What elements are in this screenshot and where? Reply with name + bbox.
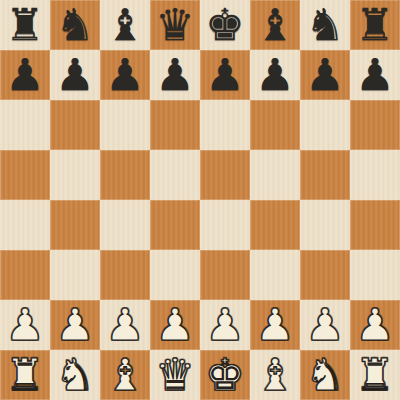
square-d2[interactable]: ♟ [150, 300, 200, 350]
square-d1[interactable]: ♛ [150, 350, 200, 400]
piece-white-bishop[interactable]: ♝ [255, 350, 294, 400]
square-d8[interactable]: ♛ [150, 0, 200, 50]
square-f3[interactable] [250, 250, 300, 300]
chess-board: ♜♞♝♛♚♝♞♜♟♟♟♟♟♟♟♟♟♟♟♟♟♟♟♟♜♞♝♛♚♝♞♜ [0, 0, 400, 400]
piece-black-pawn[interactable]: ♟ [305, 50, 344, 100]
piece-white-pawn[interactable]: ♟ [155, 300, 194, 350]
piece-white-pawn[interactable]: ♟ [105, 300, 144, 350]
square-f1[interactable]: ♝ [250, 350, 300, 400]
square-b8[interactable]: ♞ [50, 0, 100, 50]
square-c7[interactable]: ♟ [100, 50, 150, 100]
piece-black-queen[interactable]: ♛ [155, 0, 194, 50]
piece-black-bishop[interactable]: ♝ [105, 0, 144, 50]
square-d5[interactable] [150, 150, 200, 200]
square-f5[interactable] [250, 150, 300, 200]
piece-black-pawn[interactable]: ♟ [255, 50, 294, 100]
square-f8[interactable]: ♝ [250, 0, 300, 50]
square-b2[interactable]: ♟ [50, 300, 100, 350]
piece-black-pawn[interactable]: ♟ [355, 50, 394, 100]
square-h8[interactable]: ♜ [350, 0, 400, 50]
piece-black-king[interactable]: ♚ [205, 0, 244, 50]
square-g6[interactable] [300, 100, 350, 150]
square-h4[interactable] [350, 200, 400, 250]
square-b7[interactable]: ♟ [50, 50, 100, 100]
piece-black-bishop[interactable]: ♝ [255, 0, 294, 50]
square-b4[interactable] [50, 200, 100, 250]
piece-black-knight[interactable]: ♞ [305, 0, 344, 50]
piece-white-pawn[interactable]: ♟ [55, 300, 94, 350]
piece-white-pawn[interactable]: ♟ [305, 300, 344, 350]
square-h2[interactable]: ♟ [350, 300, 400, 350]
square-g1[interactable]: ♞ [300, 350, 350, 400]
piece-black-knight[interactable]: ♞ [55, 0, 94, 50]
square-d6[interactable] [150, 100, 200, 150]
square-e4[interactable] [200, 200, 250, 250]
square-c3[interactable] [100, 250, 150, 300]
piece-white-queen[interactable]: ♛ [155, 350, 194, 400]
square-e3[interactable] [200, 250, 250, 300]
square-e1[interactable]: ♚ [200, 350, 250, 400]
square-c5[interactable] [100, 150, 150, 200]
square-f7[interactable]: ♟ [250, 50, 300, 100]
piece-white-knight[interactable]: ♞ [55, 350, 94, 400]
square-a6[interactable] [0, 100, 50, 150]
square-f4[interactable] [250, 200, 300, 250]
square-e7[interactable]: ♟ [200, 50, 250, 100]
piece-white-bishop[interactable]: ♝ [105, 350, 144, 400]
square-e8[interactable]: ♚ [200, 0, 250, 50]
square-h3[interactable] [350, 250, 400, 300]
square-d4[interactable] [150, 200, 200, 250]
piece-black-pawn[interactable]: ♟ [205, 50, 244, 100]
square-a5[interactable] [0, 150, 50, 200]
piece-white-knight[interactable]: ♞ [305, 350, 344, 400]
square-a7[interactable]: ♟ [0, 50, 50, 100]
square-f2[interactable]: ♟ [250, 300, 300, 350]
piece-white-rook[interactable]: ♜ [5, 350, 44, 400]
square-h7[interactable]: ♟ [350, 50, 400, 100]
piece-white-pawn[interactable]: ♟ [205, 300, 244, 350]
square-e2[interactable]: ♟ [200, 300, 250, 350]
piece-white-pawn[interactable]: ♟ [255, 300, 294, 350]
square-c4[interactable] [100, 200, 150, 250]
square-a3[interactable] [0, 250, 50, 300]
square-b1[interactable]: ♞ [50, 350, 100, 400]
square-b5[interactable] [50, 150, 100, 200]
piece-black-rook[interactable]: ♜ [5, 0, 44, 50]
square-h1[interactable]: ♜ [350, 350, 400, 400]
piece-black-rook[interactable]: ♜ [355, 0, 394, 50]
piece-black-pawn[interactable]: ♟ [105, 50, 144, 100]
square-a8[interactable]: ♜ [0, 0, 50, 50]
piece-black-pawn[interactable]: ♟ [55, 50, 94, 100]
square-g4[interactable] [300, 200, 350, 250]
piece-black-pawn[interactable]: ♟ [155, 50, 194, 100]
square-d7[interactable]: ♟ [150, 50, 200, 100]
square-c6[interactable] [100, 100, 150, 150]
square-g5[interactable] [300, 150, 350, 200]
square-d3[interactable] [150, 250, 200, 300]
square-e6[interactable] [200, 100, 250, 150]
piece-white-rook[interactable]: ♜ [355, 350, 394, 400]
square-h6[interactable] [350, 100, 400, 150]
square-a4[interactable] [0, 200, 50, 250]
square-f6[interactable] [250, 100, 300, 150]
square-a2[interactable]: ♟ [0, 300, 50, 350]
piece-white-pawn[interactable]: ♟ [5, 300, 44, 350]
square-c8[interactable]: ♝ [100, 0, 150, 50]
square-c1[interactable]: ♝ [100, 350, 150, 400]
square-c2[interactable]: ♟ [100, 300, 150, 350]
piece-black-pawn[interactable]: ♟ [5, 50, 44, 100]
piece-white-pawn[interactable]: ♟ [355, 300, 394, 350]
square-g2[interactable]: ♟ [300, 300, 350, 350]
square-a1[interactable]: ♜ [0, 350, 50, 400]
square-g3[interactable] [300, 250, 350, 300]
square-b3[interactable] [50, 250, 100, 300]
square-e5[interactable] [200, 150, 250, 200]
piece-white-king[interactable]: ♚ [205, 350, 244, 400]
square-h5[interactable] [350, 150, 400, 200]
square-g8[interactable]: ♞ [300, 0, 350, 50]
square-b6[interactable] [50, 100, 100, 150]
square-g7[interactable]: ♟ [300, 50, 350, 100]
